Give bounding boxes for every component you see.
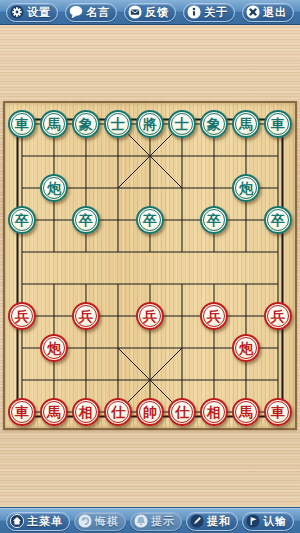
undo-arrow-icon xyxy=(78,514,92,528)
hint-button[interactable]: 提示 xyxy=(130,512,182,531)
piece-face: 卒 xyxy=(267,209,289,231)
close-icon xyxy=(246,5,260,19)
piece-red-general[interactable]: 帥 xyxy=(136,398,164,426)
piece-face: 兵 xyxy=(11,305,33,327)
piece-black-elephant[interactable]: 象 xyxy=(200,110,228,138)
feedback-button[interactable]: 反馈 xyxy=(124,3,176,22)
piece-black-soldier[interactable]: 卒 xyxy=(264,206,292,234)
xiangqi-board[interactable]: 車馬象士將士象馬車炮炮卒卒卒卒卒兵兵兵兵兵炮炮車馬相仕帥仕相馬車 xyxy=(3,101,297,430)
piece-face: 相 xyxy=(203,401,225,423)
piece-face: 卒 xyxy=(11,209,33,231)
top-toolbar: 设置名言反馈关于退出 xyxy=(0,0,300,25)
piece-red-soldier[interactable]: 兵 xyxy=(72,302,100,330)
pieces-layer: 車馬象士將士象馬車炮炮卒卒卒卒卒兵兵兵兵兵炮炮車馬相仕帥仕相馬車 xyxy=(5,103,295,428)
main-menu-button[interactable]: 主菜单 xyxy=(6,512,70,531)
piece-face: 車 xyxy=(267,113,289,135)
piece-face: 炮 xyxy=(235,177,257,199)
piece-red-soldier[interactable]: 兵 xyxy=(8,302,36,330)
exit-button-label: 退出 xyxy=(263,5,287,20)
piece-black-soldier[interactable]: 卒 xyxy=(136,206,164,234)
pencil-icon xyxy=(190,514,204,528)
info-icon xyxy=(187,5,201,19)
piece-red-soldier[interactable]: 兵 xyxy=(136,302,164,330)
piece-red-advisor[interactable]: 仕 xyxy=(104,398,132,426)
about-button-label: 关于 xyxy=(204,5,228,20)
piece-face: 相 xyxy=(75,401,97,423)
piece-face: 卒 xyxy=(203,209,225,231)
xiangqi-app: 设置名言反馈关于退出 車馬象士將士象馬車炮炮卒卒卒卒卒兵兵兵兵兵炮炮車馬相仕帥仕… xyxy=(0,0,300,533)
piece-face: 卒 xyxy=(75,209,97,231)
piece-red-horse[interactable]: 馬 xyxy=(40,398,68,426)
piece-red-cannon[interactable]: 炮 xyxy=(232,334,260,362)
piece-face: 仕 xyxy=(107,401,129,423)
piece-black-cannon[interactable]: 炮 xyxy=(232,174,260,202)
piece-black-chariot[interactable]: 車 xyxy=(264,110,292,138)
piece-face: 馬 xyxy=(235,401,257,423)
piece-face: 士 xyxy=(171,113,193,135)
piece-face: 兵 xyxy=(203,305,225,327)
flag-icon xyxy=(246,514,260,528)
bottom-toolbar: 主菜单悔棋提示提和认输 xyxy=(0,508,300,533)
about-button[interactable]: 关于 xyxy=(183,3,235,22)
offer-draw-button-label: 提和 xyxy=(207,514,231,529)
piece-black-soldier[interactable]: 卒 xyxy=(8,206,36,234)
piece-black-horse[interactable]: 馬 xyxy=(40,110,68,138)
piece-black-soldier[interactable]: 卒 xyxy=(200,206,228,234)
piece-red-soldier[interactable]: 兵 xyxy=(200,302,228,330)
piece-black-chariot[interactable]: 車 xyxy=(8,110,36,138)
undo-move-button-label: 悔棋 xyxy=(95,514,119,529)
bell-icon xyxy=(134,514,148,528)
home-icon xyxy=(10,514,24,528)
piece-black-advisor[interactable]: 士 xyxy=(168,110,196,138)
piece-face: 仕 xyxy=(171,401,193,423)
piece-face: 車 xyxy=(267,401,289,423)
piece-black-general[interactable]: 將 xyxy=(136,110,164,138)
piece-face: 帥 xyxy=(139,401,161,423)
piece-black-elephant[interactable]: 象 xyxy=(72,110,100,138)
quotes-button-label: 名言 xyxy=(86,5,110,20)
piece-face: 炮 xyxy=(43,177,65,199)
piece-red-elephant[interactable]: 相 xyxy=(72,398,100,426)
feedback-button-label: 反馈 xyxy=(145,5,169,20)
exit-button[interactable]: 退出 xyxy=(242,3,294,22)
resign-button-label: 认输 xyxy=(263,514,287,529)
gear-icon xyxy=(10,5,24,19)
piece-red-chariot[interactable]: 車 xyxy=(264,398,292,426)
piece-red-cannon[interactable]: 炮 xyxy=(40,334,68,362)
piece-face: 卒 xyxy=(139,209,161,231)
piece-face: 兵 xyxy=(267,305,289,327)
piece-red-advisor[interactable]: 仕 xyxy=(168,398,196,426)
piece-face: 炮 xyxy=(43,337,65,359)
settings-button[interactable]: 设置 xyxy=(6,3,58,22)
piece-face: 車 xyxy=(11,401,33,423)
piece-face: 兵 xyxy=(75,305,97,327)
piece-face: 馬 xyxy=(43,401,65,423)
resign-button[interactable]: 认输 xyxy=(242,512,294,531)
piece-black-advisor[interactable]: 士 xyxy=(104,110,132,138)
hint-button-label: 提示 xyxy=(151,514,175,529)
piece-face: 將 xyxy=(139,113,161,135)
main-menu-button-label: 主菜单 xyxy=(27,514,63,529)
envelope-icon xyxy=(128,5,142,19)
piece-red-horse[interactable]: 馬 xyxy=(232,398,260,426)
piece-face: 象 xyxy=(203,113,225,135)
piece-face: 車 xyxy=(11,113,33,135)
quotes-button[interactable]: 名言 xyxy=(65,3,117,22)
piece-black-soldier[interactable]: 卒 xyxy=(72,206,100,234)
piece-red-chariot[interactable]: 車 xyxy=(8,398,36,426)
piece-face: 士 xyxy=(107,113,129,135)
piece-black-horse[interactable]: 馬 xyxy=(232,110,260,138)
undo-move-button[interactable]: 悔棋 xyxy=(74,512,126,531)
piece-face: 象 xyxy=(75,113,97,135)
piece-face: 兵 xyxy=(139,305,161,327)
offer-draw-button[interactable]: 提和 xyxy=(186,512,238,531)
piece-red-soldier[interactable]: 兵 xyxy=(264,302,292,330)
piece-black-cannon[interactable]: 炮 xyxy=(40,174,68,202)
piece-face: 馬 xyxy=(43,113,65,135)
settings-button-label: 设置 xyxy=(27,5,51,20)
speech-bubble-icon xyxy=(69,5,83,19)
piece-face: 馬 xyxy=(235,113,257,135)
piece-red-elephant[interactable]: 相 xyxy=(200,398,228,426)
piece-face: 炮 xyxy=(235,337,257,359)
